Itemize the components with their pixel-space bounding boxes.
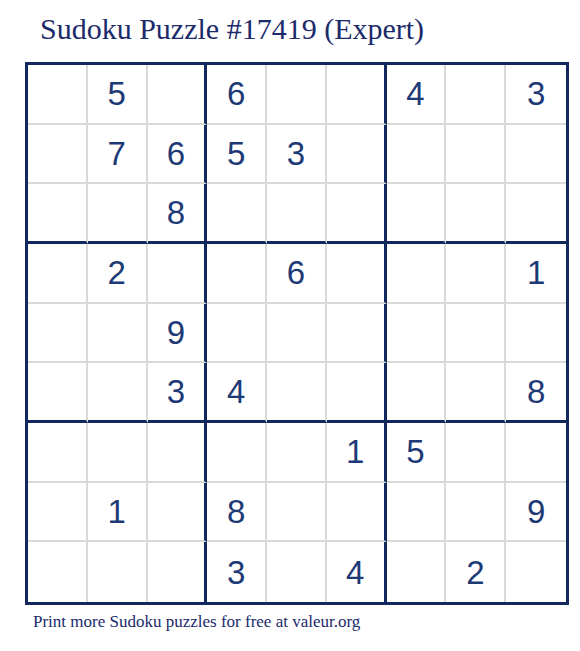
sudoku-cell-r4c2: 2 [88, 244, 148, 304]
sudoku-cell-r7c9 [506, 423, 566, 483]
sudoku-cell-r2c1 [28, 125, 88, 185]
sudoku-cell-r9c1 [28, 542, 88, 602]
sudoku-cell-r1c7: 4 [387, 65, 447, 125]
sudoku-cell-r6c8 [446, 363, 506, 423]
sudoku-cell-r2c3: 6 [148, 125, 208, 185]
sudoku-cell-r1c8 [446, 65, 506, 125]
sudoku-cell-r2c4: 5 [207, 125, 267, 185]
sudoku-cell-r3c7 [387, 184, 447, 244]
sudoku-cell-r5c3: 9 [148, 304, 208, 364]
sudoku-cell-r2c9 [506, 125, 566, 185]
puzzle-title: Sudoku Puzzle #17419 (Expert) [40, 12, 424, 46]
sudoku-cell-r1c3 [148, 65, 208, 125]
sudoku-cell-r5c6 [327, 304, 387, 364]
sudoku-cell-r7c3 [148, 423, 208, 483]
sudoku-cell-r9c9 [506, 542, 566, 602]
sudoku-cell-r1c1 [28, 65, 88, 125]
sudoku-cell-r6c5 [267, 363, 327, 423]
sudoku-cell-r6c9: 8 [506, 363, 566, 423]
sudoku-cell-r5c4 [207, 304, 267, 364]
sudoku-cell-r9c2 [88, 542, 148, 602]
sudoku-cell-r3c8 [446, 184, 506, 244]
sudoku-cell-r8c6 [327, 483, 387, 543]
sudoku-cell-r9c4: 3 [207, 542, 267, 602]
sudoku-cell-r5c8 [446, 304, 506, 364]
sudoku-cell-r8c8 [446, 483, 506, 543]
sudoku-cell-r7c2 [88, 423, 148, 483]
sudoku-cell-r2c7 [387, 125, 447, 185]
sudoku-cell-r3c9 [506, 184, 566, 244]
sudoku-board: 564376538261934815189342 [25, 62, 569, 605]
sudoku-cell-r1c9: 3 [506, 65, 566, 125]
sudoku-cell-r5c9 [506, 304, 566, 364]
sudoku-cell-r5c7 [387, 304, 447, 364]
sudoku-cell-r4c9: 1 [506, 244, 566, 304]
sudoku-cell-r9c8: 2 [446, 542, 506, 602]
sudoku-cell-r9c7 [387, 542, 447, 602]
sudoku-cell-r6c1 [28, 363, 88, 423]
sudoku-cell-r2c2: 7 [88, 125, 148, 185]
sudoku-cell-r4c4 [207, 244, 267, 304]
sudoku-cell-r3c2 [88, 184, 148, 244]
sudoku-cell-r8c7 [387, 483, 447, 543]
sudoku-cell-r4c1 [28, 244, 88, 304]
sudoku-cell-r8c1 [28, 483, 88, 543]
sudoku-cell-r7c8 [446, 423, 506, 483]
sudoku-cell-r8c4: 8 [207, 483, 267, 543]
sudoku-cell-r3c4 [207, 184, 267, 244]
sudoku-cell-r6c3: 3 [148, 363, 208, 423]
sudoku-cell-r4c6 [327, 244, 387, 304]
sudoku-cell-r5c5 [267, 304, 327, 364]
sudoku-cell-r2c8 [446, 125, 506, 185]
sudoku-cell-r4c7 [387, 244, 447, 304]
sudoku-cell-r7c7: 5 [387, 423, 447, 483]
sudoku-cell-r6c6 [327, 363, 387, 423]
sudoku-cell-r4c5: 6 [267, 244, 327, 304]
sudoku-cell-r2c5: 3 [267, 125, 327, 185]
sudoku-cell-r3c3: 8 [148, 184, 208, 244]
sudoku-cell-r8c5 [267, 483, 327, 543]
footer-text: Print more Sudoku puzzles for free at va… [33, 612, 360, 632]
sudoku-cell-r2c6 [327, 125, 387, 185]
sudoku-cell-r8c2: 1 [88, 483, 148, 543]
sudoku-cell-r1c5 [267, 65, 327, 125]
sudoku-cell-r5c2 [88, 304, 148, 364]
sudoku-cell-r3c1 [28, 184, 88, 244]
sudoku-cell-r4c3 [148, 244, 208, 304]
sudoku-cell-r7c4 [207, 423, 267, 483]
sudoku-page: Sudoku Puzzle #17419 (Expert) 5643765382… [0, 0, 580, 651]
sudoku-cell-r6c7 [387, 363, 447, 423]
sudoku-cell-r1c4: 6 [207, 65, 267, 125]
sudoku-cell-r8c9: 9 [506, 483, 566, 543]
sudoku-cell-r9c6: 4 [327, 542, 387, 602]
sudoku-cell-r7c6: 1 [327, 423, 387, 483]
sudoku-cell-r5c1 [28, 304, 88, 364]
sudoku-cell-r7c1 [28, 423, 88, 483]
sudoku-cell-r8c3 [148, 483, 208, 543]
sudoku-cell-r3c6 [327, 184, 387, 244]
sudoku-cell-r9c5 [267, 542, 327, 602]
sudoku-cell-r3c5 [267, 184, 327, 244]
sudoku-cell-r9c3 [148, 542, 208, 602]
sudoku-cell-r4c8 [446, 244, 506, 304]
sudoku-cell-r7c5 [267, 423, 327, 483]
sudoku-cell-r6c4: 4 [207, 363, 267, 423]
sudoku-cell-r6c2 [88, 363, 148, 423]
sudoku-cell-r1c2: 5 [88, 65, 148, 125]
sudoku-cell-r1c6 [327, 65, 387, 125]
